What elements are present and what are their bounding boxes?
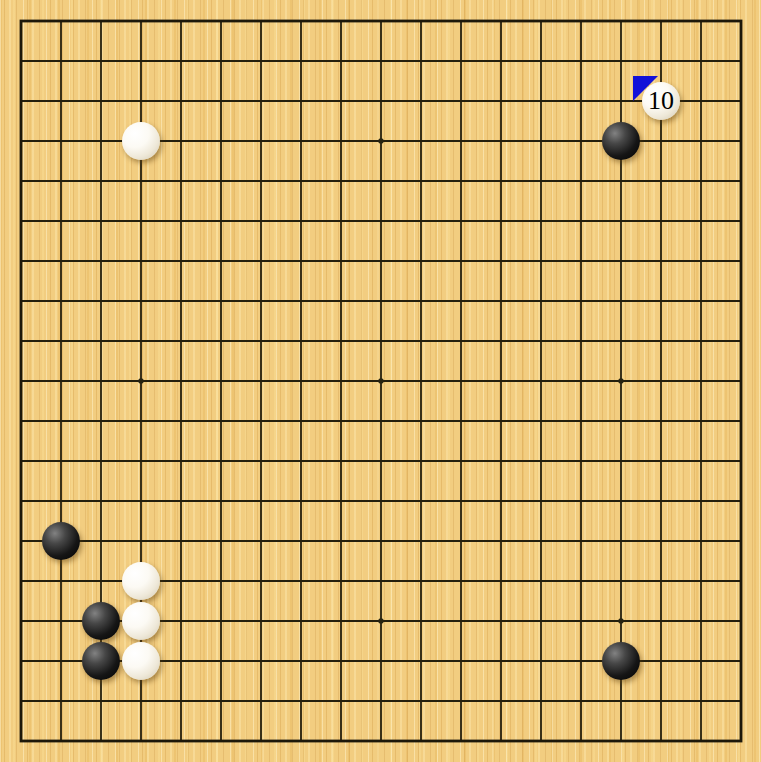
board-grid[interactable]: 10 bbox=[1, 1, 761, 761]
stone-white-D16[interactable] bbox=[122, 122, 160, 160]
stone-white-D5[interactable] bbox=[122, 562, 160, 600]
stone-white-R17[interactable]: 10 bbox=[642, 82, 680, 120]
stone-white-D3[interactable] bbox=[122, 642, 160, 680]
stone-black-C4[interactable] bbox=[82, 602, 120, 640]
stone-white-D4[interactable] bbox=[122, 602, 160, 640]
go-board[interactable]: 10 bbox=[0, 0, 761, 762]
move-number-label: 10 bbox=[648, 88, 674, 114]
stone-black-Q16[interactable] bbox=[602, 122, 640, 160]
stone-black-B6[interactable] bbox=[42, 522, 80, 560]
stone-black-C3[interactable] bbox=[82, 642, 120, 680]
stone-black-Q3[interactable] bbox=[602, 642, 640, 680]
